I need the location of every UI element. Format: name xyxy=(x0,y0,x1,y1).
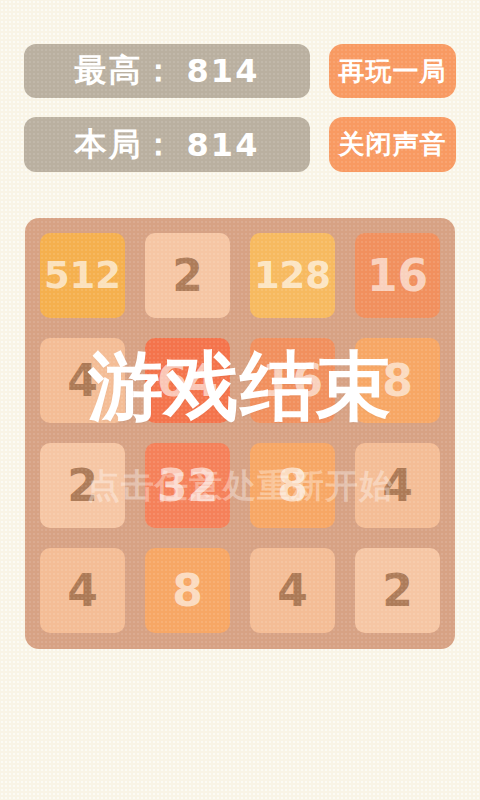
current-score-box: 本局： 814 xyxy=(24,117,310,172)
best-score-box: 最高： 814 xyxy=(24,44,310,98)
game-board[interactable]: 512212816464168232844842 xyxy=(25,218,455,649)
tile-2: 2 xyxy=(355,548,440,633)
current-score-label: 本局： xyxy=(75,123,177,167)
restart-hint-text: 点击任意处重新开始 xyxy=(0,469,480,502)
tile-4: 4 xyxy=(250,548,335,633)
tile-2: 2 xyxy=(145,233,230,318)
game-over-title: 游戏结束 xyxy=(0,349,480,424)
tile-4: 4 xyxy=(40,548,125,633)
tile-128: 128 xyxy=(250,233,335,318)
play-again-button[interactable]: 再玩一局 xyxy=(329,44,456,98)
current-score-value: 814 xyxy=(187,126,260,164)
game-screen: 最高： 814 再玩一局 本局： 814 关闭声音 51221281646416… xyxy=(0,0,480,800)
tile-8: 8 xyxy=(145,548,230,633)
toggle-sound-button[interactable]: 关闭声音 xyxy=(329,117,456,172)
best-score-label: 最高： xyxy=(75,49,177,93)
tile-512: 512 xyxy=(40,233,125,318)
best-score-value: 814 xyxy=(187,52,260,90)
tile-16: 16 xyxy=(355,233,440,318)
